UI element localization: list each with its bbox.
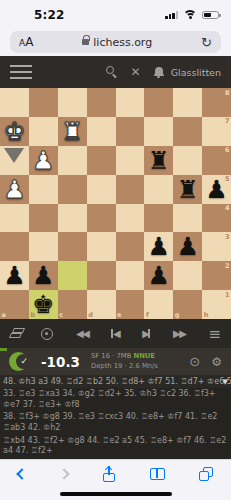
square-g7[interactable] bbox=[173, 117, 202, 146]
file-label: a bbox=[2, 311, 6, 319]
square-f6[interactable]: ♜ bbox=[144, 146, 173, 175]
square-h2[interactable]: 2 bbox=[202, 261, 231, 290]
square-f2[interactable]: ♟ bbox=[144, 261, 173, 290]
move-arrowhead bbox=[4, 148, 24, 163]
piece-bP-f2: ♟ bbox=[144, 261, 173, 290]
bell-icon[interactable] bbox=[154, 67, 164, 78]
square-g5[interactable]: ♜ bbox=[173, 175, 202, 204]
square-f5[interactable] bbox=[144, 175, 173, 204]
square-g4[interactable] bbox=[173, 204, 202, 233]
file-label: f bbox=[146, 311, 149, 319]
nnue-badge: NNUE bbox=[133, 352, 155, 360]
lock-icon bbox=[82, 39, 89, 45]
move-text[interactable]: 33. ♖e3 ♖xa3 34. ♔g2 ♖d2+ 35. ♔h3 ♖c2 36… bbox=[3, 389, 218, 408]
rank-label: 3 bbox=[225, 233, 230, 241]
signal-icon bbox=[165, 11, 178, 19]
rank-label: 7 bbox=[225, 117, 230, 125]
status-bar: 5:22 bbox=[0, 0, 231, 30]
square-d2[interactable] bbox=[87, 261, 116, 290]
square-b8[interactable] bbox=[29, 88, 58, 117]
piece-wR-c7: ♜ bbox=[58, 117, 87, 146]
square-d7[interactable] bbox=[87, 117, 116, 146]
square-h5[interactable]: ♟5 bbox=[202, 175, 231, 204]
square-c4[interactable] bbox=[58, 204, 87, 233]
square-f8[interactable] bbox=[144, 88, 173, 117]
reader-icon[interactable]: AA bbox=[19, 35, 33, 49]
square-e6[interactable] bbox=[116, 146, 145, 175]
home-indicator[interactable] bbox=[60, 492, 172, 497]
url-bar: AA lichess.org ↻ bbox=[0, 30, 231, 56]
square-g1[interactable]: g bbox=[173, 290, 202, 319]
move-text[interactable]: 38. ♖f3+ ♔g8 39. ♖e3 ♖cxc3 40. ♖e8+ ♔f7 … bbox=[3, 412, 220, 431]
piece-bR-f6: ♜ bbox=[144, 146, 173, 175]
piece-bP-g3: ♟ bbox=[173, 232, 202, 261]
analysis-board-icon[interactable] bbox=[10, 328, 25, 340]
piece-wK-a7: ♚ bbox=[0, 117, 29, 146]
square-h1[interactable]: 1h bbox=[202, 290, 231, 319]
square-f3[interactable]: ♟ bbox=[144, 232, 173, 261]
bookmarks-icon[interactable] bbox=[150, 468, 165, 480]
square-d5[interactable] bbox=[87, 175, 116, 204]
file-label: b bbox=[30, 311, 35, 319]
piece-bP-b2: ♟ bbox=[29, 261, 58, 290]
move-row: ♖xb4 43. ♖f2+ ♔g8 44. ♖e2 a5 45. ♖e8+ ♔f… bbox=[0, 434, 231, 457]
clock: 5:22 bbox=[34, 8, 65, 22]
square-a5[interactable]: ♟ bbox=[0, 175, 29, 204]
square-a3[interactable] bbox=[0, 232, 29, 261]
move-row: 33. ♖e3 ♖xa3 34. ♔g2 ♖d2+ 35. ♔h3 ♖c2 36… bbox=[0, 388, 231, 411]
square-d1[interactable]: d bbox=[87, 290, 116, 319]
engine-toggle[interactable]: ✓ bbox=[9, 352, 29, 372]
menu-lines-icon[interactable]: ≡ bbox=[208, 327, 221, 341]
square-h3[interactable]: 3 bbox=[202, 232, 231, 261]
share-icon[interactable] bbox=[102, 466, 116, 482]
piece-bP-a2: ♟ bbox=[0, 261, 29, 290]
square-c3[interactable] bbox=[58, 232, 87, 261]
engine-pv-line[interactable]: 48. ♔h3 a3 49. ♖d2 ♖b2 50. ♖d8+ ♔f7 51. … bbox=[0, 375, 231, 388]
square-c8[interactable] bbox=[58, 88, 87, 117]
file-label: d bbox=[88, 311, 93, 319]
first-move-icon[interactable]: ◀◀ bbox=[76, 328, 88, 339]
file-label: g bbox=[175, 311, 180, 319]
square-a4[interactable] bbox=[0, 204, 29, 233]
site-domain[interactable]: lichess.org bbox=[33, 36, 201, 49]
gear-icon[interactable]: ⚙ bbox=[211, 355, 222, 369]
square-b2[interactable]: ♟ bbox=[29, 261, 58, 290]
reload-icon[interactable]: ↻ bbox=[201, 35, 212, 50]
square-h6[interactable]: 6 bbox=[202, 146, 231, 175]
square-f4[interactable] bbox=[144, 204, 173, 233]
square-e4[interactable] bbox=[116, 204, 145, 233]
rank-label: 6 bbox=[225, 146, 230, 154]
lichess-header: ✕ Glasslitten bbox=[0, 56, 231, 88]
file-label: h bbox=[204, 311, 209, 319]
square-a8[interactable] bbox=[0, 88, 29, 117]
piece-bP-f3: ♟ bbox=[144, 232, 173, 261]
square-h7[interactable]: 7 bbox=[202, 117, 231, 146]
rank-label: 2 bbox=[225, 262, 230, 270]
file-label: e bbox=[117, 311, 121, 319]
square-b6[interactable]: ♟ bbox=[29, 146, 58, 175]
next-move-icon[interactable]: ▶ bbox=[142, 328, 150, 339]
square-d4[interactable] bbox=[87, 204, 116, 233]
square-e1[interactable]: e bbox=[116, 290, 145, 319]
square-e7[interactable] bbox=[116, 117, 145, 146]
address-field[interactable]: AA lichess.org ↻ bbox=[10, 31, 221, 53]
square-b1[interactable]: ♚b bbox=[29, 290, 58, 319]
back-icon[interactable] bbox=[16, 468, 27, 479]
square-a7[interactable]: ♚ bbox=[0, 117, 29, 146]
piece-wP-b6: ♟ bbox=[29, 146, 58, 175]
square-g3[interactable]: ♟ bbox=[173, 232, 202, 261]
engine-panel: ✓ -10.3 SF 16 · 7MB NNUE Depth 19 · 2.6 … bbox=[0, 348, 231, 375]
safari-toolbar bbox=[0, 459, 231, 500]
phone-screen: 5:22 AA lichess.org ↻ ✕ Glasslitten 8♚♜7… bbox=[0, 0, 231, 500]
square-d3[interactable] bbox=[87, 232, 116, 261]
square-e3[interactable] bbox=[116, 232, 145, 261]
piece-bR-g5: ♜ bbox=[173, 175, 202, 204]
square-h8[interactable]: 8 bbox=[202, 88, 231, 117]
square-c6[interactable] bbox=[58, 146, 87, 175]
forward-icon[interactable] bbox=[58, 468, 69, 479]
tabs-icon[interactable] bbox=[199, 467, 213, 481]
rank-label: 4 bbox=[225, 204, 230, 212]
chess-board: 8♚♜7♟♜6♟♜♟54♟♟3♟♟♟2a♚bcdefg1h bbox=[0, 88, 231, 319]
username[interactable]: Glasslitten bbox=[171, 67, 221, 78]
square-a2[interactable]: ♟ bbox=[0, 261, 29, 290]
square-c5[interactable] bbox=[58, 175, 87, 204]
square-c2[interactable] bbox=[58, 261, 87, 290]
square-b5[interactable] bbox=[29, 175, 58, 204]
square-b7[interactable] bbox=[29, 117, 58, 146]
square-c7[interactable]: ♜ bbox=[58, 117, 87, 146]
square-g8[interactable] bbox=[173, 88, 202, 117]
target-icon[interactable]: ⊙ bbox=[189, 354, 200, 369]
square-e8[interactable] bbox=[116, 88, 145, 117]
square-b4[interactable] bbox=[29, 204, 58, 233]
square-h4[interactable]: 4 bbox=[202, 204, 231, 233]
square-e5[interactable] bbox=[116, 175, 145, 204]
square-b3[interactable] bbox=[29, 232, 58, 261]
square-a1[interactable]: a bbox=[0, 290, 29, 319]
rank-label: 5 bbox=[225, 175, 230, 183]
square-d8[interactable] bbox=[87, 88, 116, 117]
engine-info: SF 16 · 7MB NNUE Depth 19 · 2.6 Mn/s bbox=[91, 352, 158, 372]
prev-move-icon[interactable]: ◀ bbox=[111, 328, 119, 339]
piece-wP-a5: ♟ bbox=[0, 175, 29, 204]
wifi-icon bbox=[183, 10, 197, 20]
rank-label: 8 bbox=[225, 89, 230, 97]
last-move-icon[interactable]: ▶▶ bbox=[173, 328, 185, 339]
square-f7[interactable] bbox=[144, 117, 173, 146]
engine-eval: -10.3 bbox=[41, 354, 80, 370]
move-list: 48. ♔h3 a3 49. ♖d2 ♖b2 50. ♖d8+ ♔f7 51. … bbox=[0, 375, 231, 460]
menu-icon[interactable] bbox=[10, 63, 32, 82]
square-g6[interactable] bbox=[173, 146, 202, 175]
battery-icon bbox=[202, 11, 219, 20]
expand-icon[interactable]: ▼ bbox=[223, 378, 228, 386]
controls-bar: ◀◀ ◀ ▶ ▶▶ ≡ bbox=[0, 319, 231, 348]
square-c1[interactable]: c bbox=[58, 290, 87, 319]
square-a6[interactable] bbox=[0, 146, 29, 175]
gauge-icon[interactable] bbox=[41, 328, 53, 340]
file-label: c bbox=[59, 311, 63, 319]
square-d6[interactable] bbox=[87, 146, 116, 175]
square-g2[interactable] bbox=[173, 261, 202, 290]
square-f1[interactable]: f bbox=[144, 290, 173, 319]
search-icon[interactable] bbox=[106, 66, 118, 78]
move-row: 38. ♖f3+ ♔g8 39. ♖e3 ♖cxc3 40. ♖e8+ ♔f7 … bbox=[0, 411, 231, 434]
move-text[interactable]: ♖xb4 43. ♖f2+ ♔g8 44. ♖e2 a5 45. ♖e8+ ♔f… bbox=[3, 436, 229, 455]
square-e2[interactable] bbox=[116, 261, 145, 290]
close-icon[interactable]: ✕ bbox=[131, 66, 141, 78]
rank-label: 1 bbox=[225, 291, 230, 299]
